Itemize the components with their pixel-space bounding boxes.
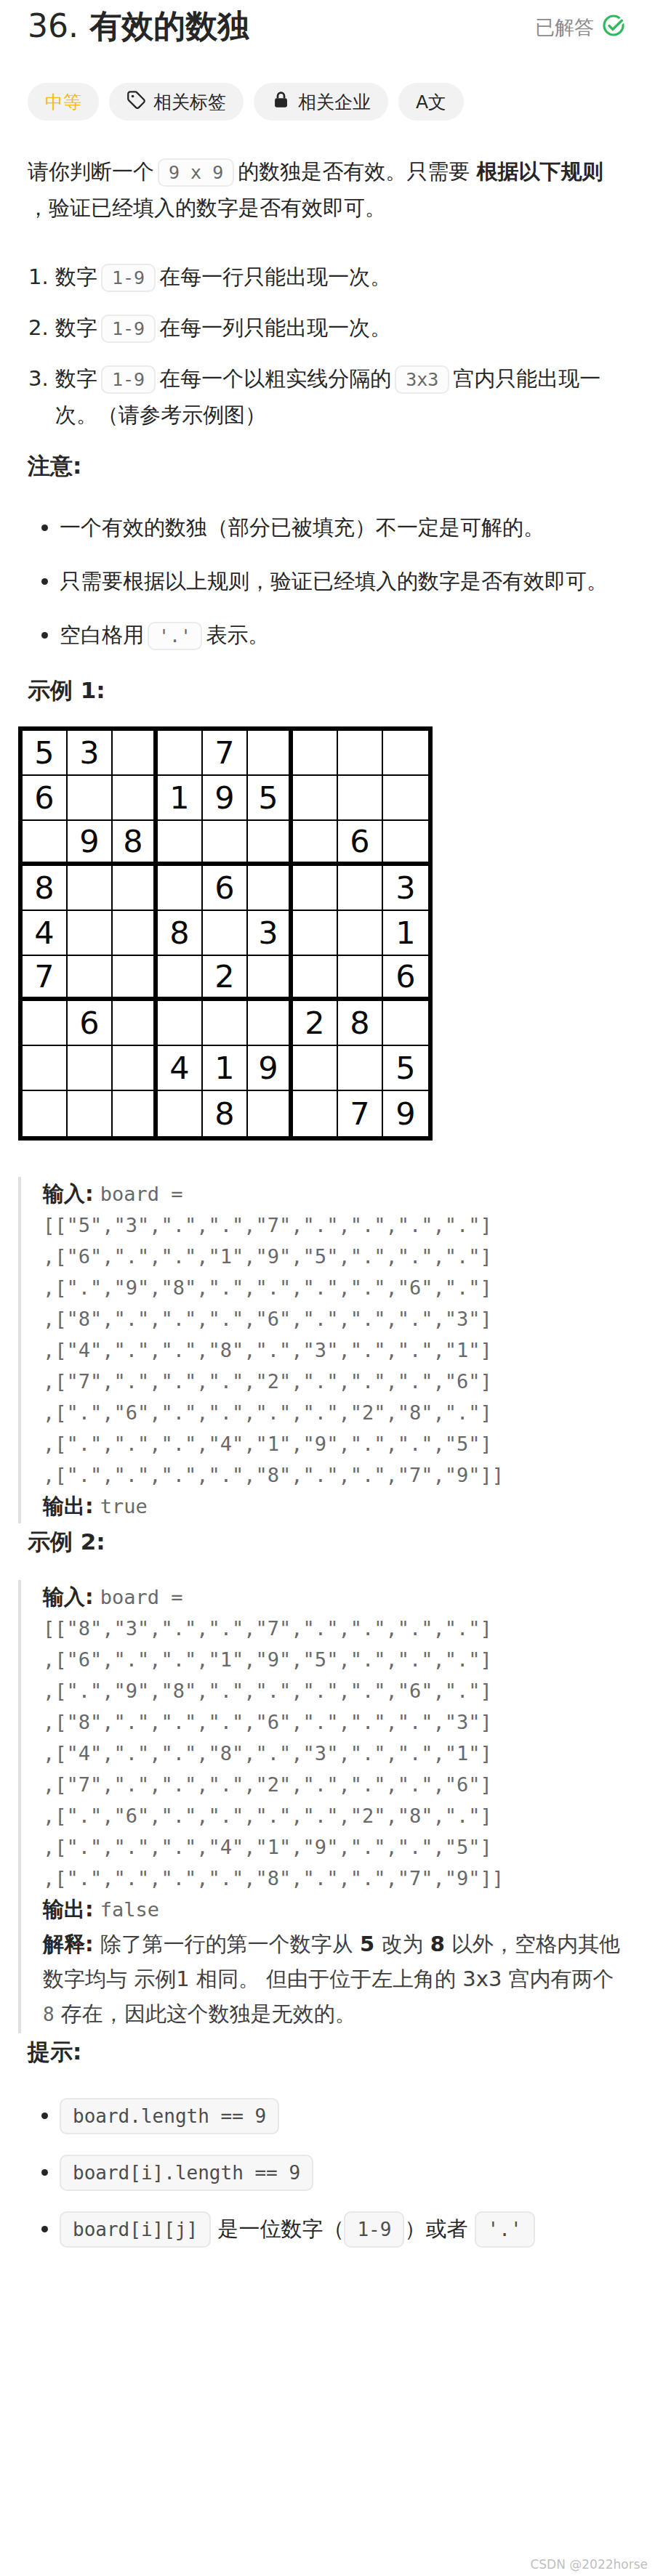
sudoku-cell: 9 [248,1046,293,1091]
board-row-text: ,["8",".",".",".","6",".",".",".","3"] [43,1303,626,1334]
problem-description: 请你判断一个9 x 9的数独是否有效。只需要 根据以下规则 ，验证已经填入的数字… [28,154,626,226]
sudoku-cell [113,956,158,1001]
intro-text: 请你判断一个 [28,159,154,184]
input-label: 输入: [43,1584,94,1609]
board-row-text: ,[".",".",".","4","1","9",".",".","5"] [43,1428,626,1459]
sudoku-cell: 4 [23,911,68,956]
rule-text: 在每一列只能出现一次。 [159,315,391,340]
sudoku-cell: 7 [203,731,248,776]
title-row: 36. 有效的数独 已解答 [28,6,626,46]
hint-code: 1-9 [344,2211,404,2248]
related-tags-label: 相关标签 [153,90,226,114]
sudoku-cell [383,776,428,821]
sudoku-cell [113,1046,158,1091]
hint-text: 是一位数字（ [217,2216,344,2241]
explain-bold: 8 [430,1932,445,1956]
output-value: true [100,1495,148,1518]
sudoku-cell [113,1001,158,1046]
sudoku-cell [68,776,113,821]
sudoku-cell [158,821,203,866]
sudoku-cell [293,821,338,866]
hint-item: board.length == 9 [60,2099,626,2133]
sudoku-cell [158,956,203,1001]
inline-code-1-9: 1-9 [101,315,156,343]
sudoku-cell [68,866,113,911]
board-row-text: ,[".","6",".",".",".",".","2","8","."] [43,1397,626,1428]
example2-heading: 示例 2: [28,1523,626,1560]
problem-page: 36. 有效的数独 已解答 中等 相关标签 相关企业 A文 请你判断一个9 x … [0,0,655,2246]
sudoku-board: 537619598686348317266284195879 [18,726,433,1141]
sudoku-cell: 5 [23,731,68,776]
sudoku-cell: 2 [203,956,248,1001]
board-row-text: ,["7",".",".",".","2",".",".",".","6"] [43,1366,626,1397]
board-row-text: ,["8",".",".",".","6",".",".",".","3"] [43,1706,626,1738]
note-item: 只需要根据以上规则，验证已经填入的数字是否有效即可。 [60,564,626,599]
sudoku-cell [293,1091,338,1136]
sudoku-cell [383,1001,428,1046]
sudoku-cell [248,821,293,866]
sudoku-cell: 8 [113,821,158,866]
sudoku-cell [338,1046,383,1091]
note-item: 一个有效的数独（部分已被填充）不一定是可解的。 [60,510,626,546]
difficulty-badge[interactable]: 中等 [28,83,99,121]
sudoku-cell [68,911,113,956]
tag-icon [126,90,146,114]
sudoku-cell [113,731,158,776]
sudoku-cell: 8 [338,1001,383,1046]
intro-bold: 根据以下规则 [476,159,603,184]
problem-name: 有效的数独 [89,7,249,44]
related-companies-label: 相关企业 [298,90,371,114]
hint-code: board.length == 9 [60,2098,279,2134]
sudoku-cell [383,821,428,866]
inline-code-3x3: 3x3 [395,365,449,394]
hints-list: board.length == 9 board[i].length == 9 b… [28,2099,626,2246]
sudoku-cell: 8 [158,911,203,956]
board-row-text: [["8","3",".",".","7",".",".",".","."] [43,1613,626,1644]
hints-heading: 提示: [28,2033,626,2070]
example1-block: 输入: board = [["5","3",".",".","7",".",".… [18,1177,626,1523]
sudoku-cell: 9 [203,776,248,821]
sudoku-cell [248,1001,293,1046]
sudoku-cell: 6 [383,956,428,1001]
page-title: 36. 有效的数独 [28,6,249,46]
example1-input-line: 输入: board = [43,1178,626,1210]
example2-explanation: 解释: 除了第一行的第一个数字从 5 改为 8 以外，空格内其他数字均与 示例1… [43,1927,626,2032]
input-label: 输入: [43,1181,94,1206]
sudoku-cell [203,911,248,956]
board-row-text: ,[".",".",".","4","1","9",".",".","5"] [43,1831,626,1863]
sudoku-cell: 7 [23,956,68,1001]
sudoku-cell [338,731,383,776]
sudoku-cell [23,821,68,866]
note-text: 空白格用 [60,623,144,647]
sudoku-cell [248,956,293,1001]
sudoku-cell [23,1001,68,1046]
sudoku-cell: 2 [293,1001,338,1046]
explain-text: 除了第一行的第一个数字从 [100,1932,360,1956]
sudoku-cell [158,731,203,776]
sudoku-cell [113,1091,158,1136]
sudoku-cell [113,866,158,911]
board-row-text: ,["4",".",".","8",".","3",".",".","1"] [43,1738,626,1769]
translate-toggle-button[interactable]: A文 [398,83,464,121]
explain-text: 存在，因此这个数独是无效的。 [55,2001,356,2026]
explain-text: 改为 [374,1932,430,1956]
board-row-text: ,[".",".",".",".","8",".",".","7","9"]] [43,1459,626,1491]
sudoku-cell: 4 [158,1046,203,1091]
input-value: board = [100,1586,183,1608]
sudoku-cell [383,731,428,776]
sudoku-cell [68,1091,113,1136]
check-circle-icon [601,13,626,42]
board-row-text: ,[".",".",".",".","8",".",".","7","9"]] [43,1863,626,1894]
sudoku-cell: 3 [68,731,113,776]
rule-text: 在每一个以粗实线分隔的 [159,366,391,391]
problem-number: 36. [28,7,79,44]
rule-text: 数字 [55,264,97,289]
sudoku-cell: 5 [383,1046,428,1091]
sudoku-cell [23,1091,68,1136]
rule-text: 数字 [55,366,97,391]
intro-text: 的数独是否有效。只需要 [238,159,476,184]
example2-input-line: 输入: board = [43,1581,626,1613]
rules-list: 数字1-9在每一行只能出现一次。 数字1-9在每一列只能出现一次。 数字1-9在… [28,259,626,433]
sudoku-cell [293,731,338,776]
rule-text: 在每一行只能出现一次。 [159,264,391,289]
sudoku-cell [203,1001,248,1046]
sudoku-cell: 3 [383,866,428,911]
hint-text: ）或者 [404,2216,467,2241]
output-label: 输出: [43,1494,94,1518]
sudoku-cell [338,866,383,911]
rule-item: 数字1-9在每一列只能出现一次。 [55,310,626,347]
sudoku-cell: 1 [203,1046,248,1091]
input-value: board = [100,1183,183,1205]
sudoku-cell [113,776,158,821]
explain-bold: 5 [360,1932,374,1956]
tag-row: 中等 相关标签 相关企业 A文 [28,83,626,121]
sudoku-cell [293,956,338,1001]
sudoku-cell [113,911,158,956]
solved-label: 已解答 [535,15,594,41]
board-row-text: ,[".","6",".",".",".",".","2","8","."] [43,1800,626,1831]
sudoku-cell: 1 [158,776,203,821]
board-row-text: ,["6",".",".","1","9","5",".",".","."] [43,1644,626,1675]
related-companies-button[interactable]: 相关企业 [254,83,388,121]
example1-output-line: 输出: true [43,1491,626,1522]
sudoku-cell [293,911,338,956]
example2-block: 输入: board = [["8","3",".",".","7",".",".… [18,1580,626,2033]
example1-heading: 示例 1: [28,672,626,708]
sudoku-cell: 3 [248,911,293,956]
sudoku-cell: 6 [338,821,383,866]
note-item: 空白格用'.'表示。 [60,617,626,654]
explain-label: 解释: [43,1932,94,1956]
sudoku-cell [338,956,383,1001]
sudoku-cell [248,1091,293,1136]
solved-status: 已解答 [535,13,626,42]
note-text: 表示。 [206,623,269,647]
rule-item: 数字1-9在每一行只能出现一次。 [55,259,626,296]
sudoku-cell: 9 [383,1091,428,1136]
related-tags-button[interactable]: 相关标签 [109,83,244,121]
sudoku-cell: 9 [68,821,113,866]
sudoku-cell: 6 [23,776,68,821]
sudoku-cell [293,866,338,911]
board-row-text: [["5","3",".",".","7",".",".",".","."] [43,1210,626,1241]
sudoku-cell [158,1091,203,1136]
output-label: 输出: [43,1897,94,1921]
sudoku-cell [293,1046,338,1091]
rule-text: 数字 [55,315,97,340]
sudoku-cell: 1 [383,911,428,956]
hint-code: board[i].length == 9 [60,2155,313,2191]
sudoku-cell: 6 [68,1001,113,1046]
hint-code: '.' [475,2211,535,2248]
sudoku-cell [158,866,203,911]
sudoku-cell: 8 [23,866,68,911]
sudoku-cell [248,731,293,776]
board-row-text: ,[".","9","8",".",".",".",".","6","."] [43,1272,626,1303]
board-row-text: ,["4",".",".","8",".","3",".",".","1"] [43,1334,626,1366]
sudoku-cell [293,776,338,821]
sudoku-cell [338,776,383,821]
hint-item: board[i][j] 是一位数字（1-9）或者 '.' [60,2212,626,2246]
hint-code: board[i][j] [60,2211,211,2248]
board-row-text: ,["6",".",".","1","9","5",".",".","."] [43,1241,626,1272]
explain-code: 8 [43,2004,55,2025]
sudoku-cell: 8 [203,1091,248,1136]
sudoku-cell [203,821,248,866]
sudoku-cell [248,866,293,911]
example2-output-line: 输出: false [43,1894,626,1925]
sudoku-cell [158,1001,203,1046]
sudoku-cell [68,956,113,1001]
sudoku-cell [338,911,383,956]
note-heading: 注意: [28,447,626,484]
board-row-text: ,["7",".",".",".","2",".",".",".","6"] [43,1769,626,1800]
csdn-watermark: CSDN @2022horse [530,2557,648,2572]
inline-code-9x9: 9 x 9 [158,158,234,187]
sudoku-cell: 5 [248,776,293,821]
inline-code-1-9: 1-9 [101,365,156,394]
board-row-text: ,[".","9","8",".",".",".",".","6","."] [43,1675,626,1706]
inline-code-1-9: 1-9 [101,264,156,292]
lock-icon [271,90,291,114]
output-value: false [100,1898,159,1921]
intro-text: ，验证已经填入的数字是否有效即可。 [28,195,386,220]
rule-item: 数字1-9在每一个以粗实线分隔的3x3宫内只能出现一次。（请参考示例图） [55,361,626,433]
translate-icon: A文 [416,90,446,114]
sudoku-cell [68,1046,113,1091]
inline-code-dot: '.' [148,622,202,650]
hint-item: board[i].length == 9 [60,2155,626,2190]
sudoku-cell: 7 [338,1091,383,1136]
sudoku-cell: 6 [203,866,248,911]
note-list: 一个有效的数独（部分已被填充）不一定是可解的。 只需要根据以上规则，验证已经填入… [28,510,626,654]
sudoku-cell [23,1046,68,1091]
